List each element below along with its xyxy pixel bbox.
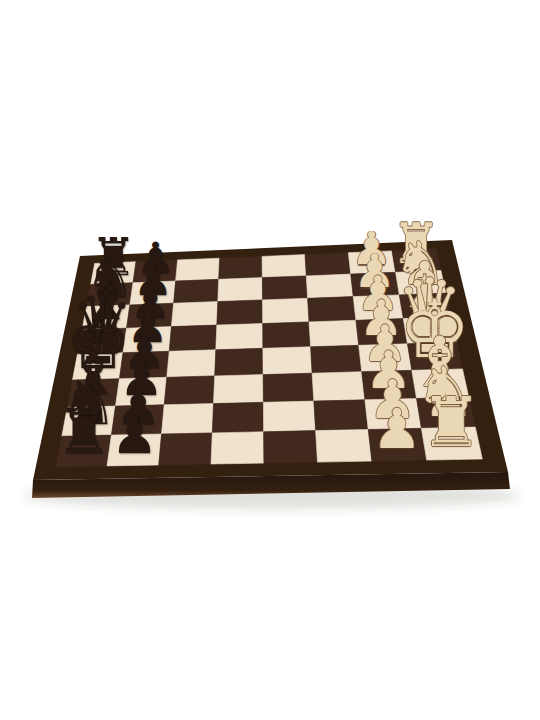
piece-black-knight-b8: ♞	[85, 249, 135, 305]
piece-white-rook-h1: ♜	[421, 389, 482, 457]
piece-black-rook-h8: ♜	[56, 402, 112, 465]
piece-white-pawn-e2: ♟	[362, 319, 407, 369]
piece-white-bishop-f1: ♝	[409, 328, 471, 397]
piece-black-pawn-b7: ♟	[133, 258, 173, 302]
pieces-layer: ♜♞♝♛♚♝♞♜♟♟♟♟♟♟♟♟♟♟♟♟♟♟♟♟♜♞♝♛♚♝♞♜	[0, 0, 540, 720]
piece-white-pawn-f2: ♟	[365, 345, 412, 397]
piece-black-bishop-f8: ♝	[65, 342, 122, 406]
piece-white-knight-g1: ♞	[414, 357, 476, 426]
piece-white-pawn-h2: ♟	[372, 403, 421, 458]
piece-white-pawn-c2: ♟	[356, 270, 399, 318]
piece-white-pawn-d2: ♟	[359, 294, 403, 343]
piece-white-pawn-g2: ♟	[369, 373, 417, 427]
piece-black-pawn-a7: ♟	[136, 238, 175, 281]
piece-black-knight-g8: ♞	[60, 371, 117, 435]
piece-black-pawn-c7: ♟	[130, 281, 171, 326]
piece-black-pawn-f7: ♟	[119, 354, 163, 403]
piece-white-rook-a1: ♜	[391, 215, 441, 271]
piece-white-pawn-b2: ♟	[354, 248, 396, 294]
piece-white-pawn-a2: ♟	[351, 227, 392, 272]
piece-white-king-e1: ♚	[399, 290, 471, 370]
piece-black-bishop-c8: ♝	[80, 270, 133, 329]
piece-white-queen-d1: ♛	[396, 269, 462, 343]
piece-black-rook-a8: ♜	[90, 231, 137, 283]
piece-white-bishop-c1: ♝	[396, 254, 453, 317]
piece-black-pawn-e7: ♟	[123, 328, 166, 376]
piece-black-king-e8: ♚	[65, 305, 131, 379]
piece-black-pawn-d7: ♟	[127, 304, 169, 350]
piece-black-queen-d8: ♛	[71, 285, 132, 354]
product-photo: ♜♞♝♛♚♝♞♜♟♟♟♟♟♟♟♟♟♟♟♟♟♟♟♟♜♞♝♛♚♝♞♜	[0, 0, 540, 720]
piece-black-pawn-g7: ♟	[116, 382, 161, 432]
piece-white-knight-b1: ♞	[394, 234, 448, 294]
piece-black-pawn-h7: ♟	[111, 411, 158, 463]
